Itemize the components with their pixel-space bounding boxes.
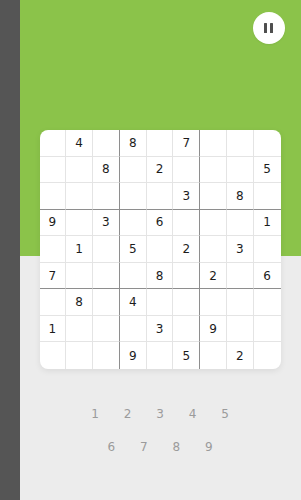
cell-r9c8[interactable]: 2: [227, 342, 254, 369]
cell-r1c6[interactable]: 7: [173, 130, 200, 157]
cell-r6c7[interactable]: 2: [200, 263, 227, 290]
cell-r7c7[interactable]: [200, 289, 227, 316]
cell-r6c2[interactable]: [66, 263, 93, 290]
cell-r6c6[interactable]: [173, 263, 200, 290]
numpad-button-7[interactable]: 7: [131, 437, 157, 457]
cell-r3c7[interactable]: [200, 183, 227, 210]
cell-r2c7[interactable]: [200, 157, 227, 184]
cell-r3c2[interactable]: [66, 183, 93, 210]
cell-r3c9[interactable]: [254, 183, 281, 210]
cell-r7c5[interactable]: [147, 289, 174, 316]
cell-r6c8[interactable]: [227, 263, 254, 290]
cell-r1c1[interactable]: [40, 130, 67, 157]
cell-r9c4[interactable]: 9: [120, 342, 147, 369]
cell-r7c6[interactable]: [173, 289, 200, 316]
pause-icon: [264, 23, 267, 33]
cell-r1c2[interactable]: 4: [66, 130, 93, 157]
cell-r2c5[interactable]: 2: [147, 157, 174, 184]
cell-r4c1[interactable]: 9: [40, 210, 67, 237]
pause-icon: [270, 23, 273, 33]
cell-r2c9[interactable]: 5: [254, 157, 281, 184]
cell-r4c9[interactable]: 1: [254, 210, 281, 237]
cell-r5c4[interactable]: 5: [120, 236, 147, 263]
cell-r3c3[interactable]: [93, 183, 120, 210]
cell-r8c5[interactable]: 3: [147, 316, 174, 343]
cell-r2c8[interactable]: [227, 157, 254, 184]
numpad-button-6[interactable]: 6: [98, 437, 124, 457]
cell-r4c5[interactable]: 6: [147, 210, 174, 237]
cell-r2c3[interactable]: 8: [93, 157, 120, 184]
sudoku-app-screen: 4878253893611523782684139952 12345 6789: [20, 0, 301, 500]
numpad-button-2[interactable]: 2: [115, 404, 141, 424]
cell-r9c9[interactable]: [254, 342, 281, 369]
cell-r8c7[interactable]: 9: [200, 316, 227, 343]
cell-r7c9[interactable]: [254, 289, 281, 316]
cell-r7c2[interactable]: 8: [66, 289, 93, 316]
cell-r8c2[interactable]: [66, 316, 93, 343]
cell-r5c5[interactable]: [147, 236, 174, 263]
cell-r3c6[interactable]: 3: [173, 183, 200, 210]
cell-r8c9[interactable]: [254, 316, 281, 343]
numpad-button-4[interactable]: 4: [180, 404, 206, 424]
numpad-row-1: 12345: [20, 404, 301, 424]
cell-r4c4[interactable]: [120, 210, 147, 237]
cell-r9c3[interactable]: [93, 342, 120, 369]
numpad-button-8[interactable]: 8: [163, 437, 189, 457]
cell-r7c4[interactable]: 4: [120, 289, 147, 316]
cell-r1c5[interactable]: [147, 130, 174, 157]
cell-r1c3[interactable]: [93, 130, 120, 157]
cell-r4c2[interactable]: [66, 210, 93, 237]
cell-r5c9[interactable]: [254, 236, 281, 263]
cell-r6c5[interactable]: 8: [147, 263, 174, 290]
cell-r8c3[interactable]: [93, 316, 120, 343]
cell-r4c7[interactable]: [200, 210, 227, 237]
cell-r8c8[interactable]: [227, 316, 254, 343]
cell-r9c1[interactable]: [40, 342, 67, 369]
cell-r2c4[interactable]: [120, 157, 147, 184]
cell-r3c8[interactable]: 8: [227, 183, 254, 210]
cell-r8c4[interactable]: [120, 316, 147, 343]
cell-r9c6[interactable]: 5: [173, 342, 200, 369]
cell-r5c3[interactable]: [93, 236, 120, 263]
numpad-button-3[interactable]: 3: [147, 404, 173, 424]
cell-r6c1[interactable]: 7: [40, 263, 67, 290]
cell-r4c8[interactable]: [227, 210, 254, 237]
numpad-button-5[interactable]: 5: [212, 404, 238, 424]
numpad-row-2: 6789: [20, 437, 301, 457]
cell-r7c8[interactable]: [227, 289, 254, 316]
cell-r1c4[interactable]: 8: [120, 130, 147, 157]
cell-r5c6[interactable]: 2: [173, 236, 200, 263]
cell-r2c6[interactable]: [173, 157, 200, 184]
cell-r3c5[interactable]: [147, 183, 174, 210]
cell-r7c3[interactable]: [93, 289, 120, 316]
cell-r6c4[interactable]: [120, 263, 147, 290]
cell-r9c2[interactable]: [66, 342, 93, 369]
cell-r3c1[interactable]: [40, 183, 67, 210]
cell-r1c7[interactable]: [200, 130, 227, 157]
cell-r9c5[interactable]: [147, 342, 174, 369]
cell-r4c3[interactable]: 3: [93, 210, 120, 237]
cell-r3c4[interactable]: [120, 183, 147, 210]
cell-r9c7[interactable]: [200, 342, 227, 369]
cell-r5c8[interactable]: 3: [227, 236, 254, 263]
cell-r5c2[interactable]: 1: [66, 236, 93, 263]
cell-r6c9[interactable]: 6: [254, 263, 281, 290]
cell-r4c6[interactable]: [173, 210, 200, 237]
cell-r2c2[interactable]: [66, 157, 93, 184]
cell-r6c3[interactable]: [93, 263, 120, 290]
cell-r8c1[interactable]: 1: [40, 316, 67, 343]
cell-r8c6[interactable]: [173, 316, 200, 343]
cell-r2c1[interactable]: [40, 157, 67, 184]
numpad-button-1[interactable]: 1: [82, 404, 108, 424]
cell-r5c7[interactable]: [200, 236, 227, 263]
cell-r5c1[interactable]: [40, 236, 67, 263]
sudoku-board-card: 4878253893611523782684139952: [40, 130, 281, 369]
pause-button[interactable]: [253, 12, 285, 44]
numpad-button-9[interactable]: 9: [196, 437, 222, 457]
cell-r1c8[interactable]: [227, 130, 254, 157]
cell-r1c9[interactable]: [254, 130, 281, 157]
cell-r7c1[interactable]: [40, 289, 67, 316]
sudoku-grid: 4878253893611523782684139952: [40, 130, 281, 369]
